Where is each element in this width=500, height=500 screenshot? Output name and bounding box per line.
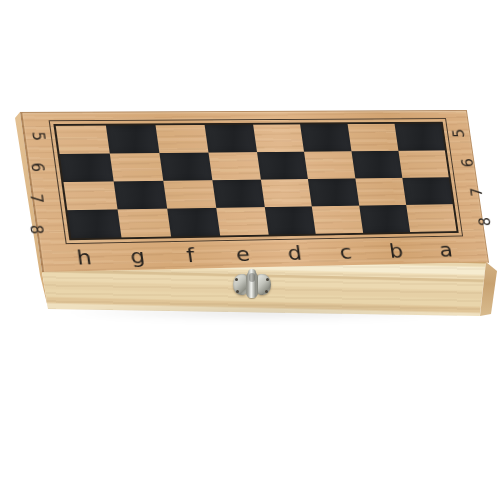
square-a5 — [395, 124, 445, 151]
square-b8 — [359, 205, 410, 233]
clasp-latch — [233, 269, 271, 299]
square-g6 — [110, 153, 163, 181]
square-a6 — [398, 150, 448, 177]
soft-shadow — [60, 306, 464, 322]
square-h5 — [56, 126, 110, 154]
rank-label-7: 7 — [468, 187, 485, 196]
square-g8 — [118, 209, 171, 238]
square-d8 — [264, 206, 316, 234]
clasp-screw — [236, 290, 239, 293]
square-b7 — [356, 178, 407, 206]
square-e7 — [212, 180, 264, 208]
clasp-screw — [266, 278, 269, 281]
file-label-cell: d — [267, 239, 322, 268]
rank-label-8: 8 — [477, 216, 494, 225]
clasp-right-plate — [256, 274, 271, 295]
board-frame-inner — [54, 122, 459, 240]
file-label-cell: b — [369, 237, 423, 265]
rank-label-6: 6 — [28, 162, 46, 172]
square-a7 — [402, 177, 452, 205]
file-label-cell: c — [318, 238, 373, 266]
square-d6 — [257, 152, 309, 180]
file-label-c: c — [338, 242, 353, 262]
square-e8 — [216, 207, 268, 235]
chessboard-grid — [56, 124, 456, 238]
chess-box-photo: 5678 5678 hgfedcba — [0, 0, 500, 500]
square-f8 — [167, 208, 220, 237]
square-h8 — [68, 209, 122, 238]
square-c8 — [312, 206, 363, 234]
board-lid-top: 5678 5678 hgfedcba — [20, 110, 489, 273]
file-label-f: f — [185, 245, 196, 266]
square-e6 — [208, 152, 260, 180]
square-c7 — [308, 178, 359, 206]
file-label-e: e — [235, 244, 252, 265]
square-c5 — [300, 124, 351, 152]
square-h6 — [60, 154, 114, 182]
square-f7 — [163, 180, 216, 208]
rank-label-cell: 5 — [446, 118, 471, 148]
square-d5 — [253, 125, 305, 153]
square-a8 — [406, 204, 456, 232]
rank-label-cell: 8 — [459, 206, 484, 236]
square-f6 — [159, 153, 212, 181]
square-d7 — [260, 179, 312, 207]
square-b5 — [348, 124, 399, 151]
file-label-h: h — [75, 247, 92, 268]
file-label-cell: a — [419, 236, 472, 264]
square-g7 — [114, 181, 167, 209]
file-label-a: a — [438, 240, 454, 260]
rank-label-6: 6 — [459, 158, 476, 167]
file-label-cell: f — [162, 241, 219, 270]
file-label-d: d — [286, 243, 303, 263]
file-label-g: g — [129, 246, 146, 267]
square-b6 — [352, 151, 403, 179]
square-g5 — [106, 125, 159, 153]
rank-label-cell: 6 — [450, 147, 475, 177]
rank-label-5: 5 — [450, 128, 467, 137]
file-label-cell: e — [215, 240, 271, 269]
file-label-cell: h — [55, 243, 113, 272]
square-e5 — [204, 125, 256, 153]
square-f5 — [155, 125, 208, 153]
rank-label-5: 5 — [29, 131, 47, 141]
rank-label-7: 7 — [27, 193, 45, 203]
clasp-hook — [248, 269, 256, 298]
clasp-screw — [235, 278, 238, 281]
file-label-b: b — [388, 241, 404, 261]
file-label-cell: g — [109, 242, 166, 271]
clasp-screw — [265, 290, 268, 293]
square-c6 — [304, 151, 355, 179]
square-h7 — [64, 181, 118, 210]
board-frame-outer — [49, 118, 463, 244]
rank-label-8: 8 — [27, 224, 45, 234]
rank-label-cell: 7 — [455, 177, 480, 207]
